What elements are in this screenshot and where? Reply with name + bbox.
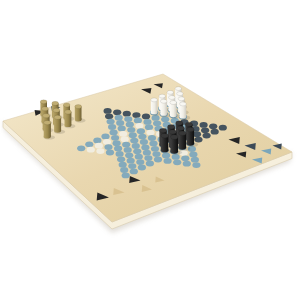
product-photo [0, 0, 300, 300]
peg-top [159, 94, 165, 98]
board-hole [119, 162, 127, 168]
board-hole [209, 123, 217, 129]
board-hole [130, 138, 138, 144]
peg-base [161, 148, 169, 152]
board-hole [161, 116, 169, 122]
board-hole [183, 161, 191, 167]
board-hole [140, 139, 148, 145]
peg-base [64, 123, 71, 127]
board-hole [211, 129, 219, 135]
board-hole [138, 165, 146, 171]
board-hole [145, 124, 153, 130]
board-hole [132, 143, 140, 149]
board-hole [173, 159, 181, 165]
peg-top [187, 127, 194, 131]
peg-top [53, 108, 60, 112]
board-hole [124, 116, 132, 122]
peg-top [168, 125, 175, 129]
peg-top [178, 97, 185, 101]
peg-base [180, 115, 187, 119]
board-hole [152, 115, 160, 121]
peg-top [63, 103, 70, 107]
peg-top [75, 105, 82, 109]
board-hole [128, 163, 136, 169]
board-hole [143, 119, 151, 125]
peg-base [151, 111, 158, 115]
peg-top [169, 130, 176, 134]
board-hole [105, 113, 113, 119]
board-hole [144, 155, 152, 161]
board-hole [141, 145, 149, 151]
peg-top [41, 107, 48, 111]
peg-top [160, 99, 167, 103]
board-hole [134, 118, 142, 124]
peg-top [40, 100, 47, 104]
peg-base [170, 149, 178, 153]
board-hole [135, 154, 143, 160]
peg-top [64, 110, 71, 114]
peg-top [170, 101, 177, 105]
board-hole [146, 130, 154, 136]
board-hole [122, 173, 130, 179]
board-hole [200, 122, 208, 128]
peg-top [167, 90, 173, 94]
board-hole [172, 154, 180, 160]
board-hole [151, 146, 159, 152]
board-hole [189, 152, 197, 158]
board-hole [130, 169, 138, 175]
board-hole [203, 133, 211, 139]
chinese-checkers-board [0, 0, 300, 300]
board-hole [201, 127, 209, 133]
board-hole [108, 124, 116, 130]
peg-base [170, 113, 177, 117]
board-hole [124, 147, 132, 153]
board-hole [129, 132, 137, 138]
peg-top [44, 120, 51, 124]
board-hole [149, 141, 157, 147]
board-hole [127, 158, 135, 164]
board-hole [132, 112, 140, 118]
board-hole [113, 109, 121, 115]
board-hole [143, 150, 151, 156]
peg-base [160, 112, 167, 116]
board-hole [138, 134, 146, 140]
board-hole [93, 138, 101, 144]
board-hole [191, 157, 199, 163]
board-hole [103, 139, 111, 145]
board-hole [120, 167, 128, 173]
board-hole [85, 141, 93, 147]
board-hole [142, 114, 150, 120]
board-hole [115, 115, 123, 121]
peg-top [180, 102, 187, 106]
board-hole [116, 151, 124, 157]
peg-top [52, 101, 59, 105]
board-hole [136, 159, 144, 165]
peg-base [179, 145, 186, 149]
board-hole [119, 131, 127, 137]
board-hole [101, 134, 109, 140]
board-hole [152, 151, 160, 157]
board-hole [95, 143, 103, 149]
board-hole [133, 148, 141, 154]
board-hole [164, 158, 172, 164]
board-hole [154, 157, 162, 163]
peg-base [187, 142, 194, 146]
board-hole [113, 140, 121, 146]
peg-top [177, 126, 184, 130]
peg-top [176, 121, 183, 125]
board-hole [107, 119, 115, 125]
board-hole [110, 130, 118, 136]
board-hole [127, 127, 135, 133]
board-hole [126, 122, 134, 128]
board-hole [106, 150, 114, 156]
board-hole [104, 144, 112, 150]
peg-top [159, 128, 166, 132]
peg-base [44, 134, 51, 138]
peg-top [170, 135, 178, 140]
board-hole [118, 125, 126, 131]
board-hole [219, 125, 227, 131]
peg-top [175, 87, 181, 91]
board-hole [162, 153, 170, 159]
board-hole [104, 108, 112, 114]
board-hole [135, 123, 143, 129]
board-hole [125, 152, 133, 158]
board-hole [123, 111, 131, 117]
board-hole [146, 161, 154, 167]
peg-base [75, 118, 82, 122]
board-hole [77, 145, 85, 151]
board-hole [87, 147, 95, 153]
board-hole [116, 120, 124, 126]
board-hole [181, 155, 189, 161]
peg-top [179, 131, 186, 135]
board-hole [148, 135, 156, 141]
board-hole [111, 135, 119, 141]
board-hole [96, 148, 104, 154]
board-hole [153, 120, 161, 126]
board-hole [121, 136, 129, 142]
peg-base [54, 129, 61, 133]
board-hole [192, 162, 200, 168]
peg-top [161, 133, 169, 138]
peg-top [151, 98, 158, 102]
board-hole [117, 156, 125, 162]
board-hole [114, 146, 122, 152]
peg-top [168, 95, 174, 99]
peg-top [185, 122, 192, 126]
board-hole [122, 142, 130, 148]
peg-top [43, 114, 50, 118]
board-hole [137, 128, 145, 134]
board-hole [193, 131, 201, 137]
peg-top [177, 92, 183, 96]
peg-top [54, 115, 61, 119]
